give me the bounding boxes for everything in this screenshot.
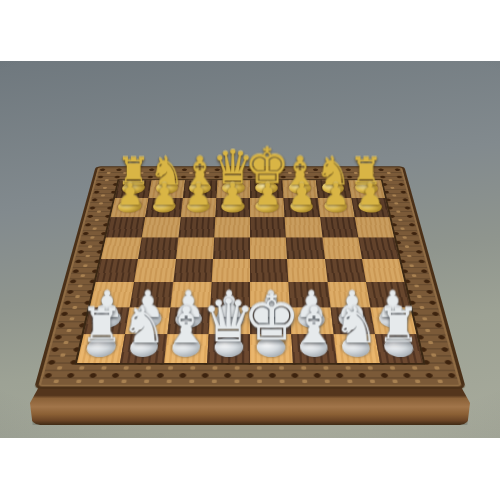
square-f7: ♟ <box>284 198 320 217</box>
square-b6 <box>142 217 180 237</box>
square-b4 <box>134 259 175 282</box>
square-d6 <box>214 217 250 237</box>
square-d5 <box>213 237 250 259</box>
photograph: ♜♞♝♛♚♝♞♜♟♟♟♟♟♟♟♟♟♟♟♟♟♟♟♟♜♞♝♛♚♝♞♜ <box>0 61 500 438</box>
square-h6 <box>355 217 394 237</box>
piece-gold-pawn: ♟ <box>116 178 143 208</box>
piece-gold-pawn: ♟ <box>150 178 177 208</box>
square-a5 <box>101 237 142 259</box>
square-e6 <box>250 217 286 237</box>
piece-silver-rook: ♜ <box>377 303 420 351</box>
piece-gold-pawn: ♟ <box>322 178 349 208</box>
square-g1: ♞ <box>333 334 380 363</box>
square-g4 <box>325 259 366 282</box>
square-c7: ♟ <box>180 198 216 217</box>
square-e7: ♟ <box>250 198 285 217</box>
square-a6 <box>106 217 145 237</box>
square-g5 <box>322 237 362 259</box>
square-d4 <box>211 259 250 282</box>
piece-silver-knight: ♞ <box>334 300 379 350</box>
piece-gold-pawn: ♟ <box>357 178 384 208</box>
square-h4 <box>362 259 405 282</box>
photo-page: ♜♞♝♛♚♝♞♜♟♟♟♟♟♟♟♟♟♟♟♟♟♟♟♟♜♞♝♛♚♝♞♜ <box>0 0 500 500</box>
square-a7: ♟ <box>111 198 149 217</box>
board-scene: ♜♞♝♛♚♝♞♜♟♟♟♟♟♟♟♟♟♟♟♟♟♟♟♟♜♞♝♛♚♝♞♜ <box>70 79 430 438</box>
piece-gold-pawn: ♟ <box>219 178 246 208</box>
square-b1: ♞ <box>120 334 167 363</box>
piece-silver-knight: ♞ <box>121 300 166 350</box>
square-h1: ♜ <box>375 334 423 363</box>
square-f1: ♝ <box>292 334 337 363</box>
square-e1: ♚ <box>250 334 293 363</box>
square-a4 <box>96 259 139 282</box>
square-f5 <box>286 237 324 259</box>
square-a1: ♜ <box>77 334 125 363</box>
square-f4 <box>287 259 327 282</box>
square-c5 <box>176 237 214 259</box>
piece-silver-bishop: ♝ <box>291 300 336 350</box>
square-f6 <box>285 217 322 237</box>
square-b5 <box>138 237 178 259</box>
square-g6 <box>320 217 358 237</box>
top-white-border <box>0 0 500 61</box>
square-e5 <box>250 237 287 259</box>
piece-gold-pawn: ♟ <box>254 178 281 208</box>
square-c6 <box>178 217 215 237</box>
chess-board: ♜♞♝♛♚♝♞♜♟♟♟♟♟♟♟♟♟♟♟♟♟♟♟♟♜♞♝♛♚♝♞♜ <box>34 166 466 389</box>
square-d7: ♟ <box>215 198 250 217</box>
square-g7: ♟ <box>317 198 354 217</box>
square-b7: ♟ <box>145 198 182 217</box>
square-h5 <box>358 237 399 259</box>
square-e4 <box>250 259 289 282</box>
piece-gold-pawn: ♟ <box>288 178 315 208</box>
square-h7: ♟ <box>351 198 389 217</box>
piece-silver-rook: ♜ <box>80 303 123 351</box>
square-c4 <box>173 259 213 282</box>
board-grid: ♜♞♝♛♚♝♞♜♟♟♟♟♟♟♟♟♟♟♟♟♟♟♟♟♜♞♝♛♚♝♞♜ <box>74 179 425 364</box>
bottom-white-border <box>0 438 500 500</box>
piece-gold-pawn: ♟ <box>185 178 212 208</box>
